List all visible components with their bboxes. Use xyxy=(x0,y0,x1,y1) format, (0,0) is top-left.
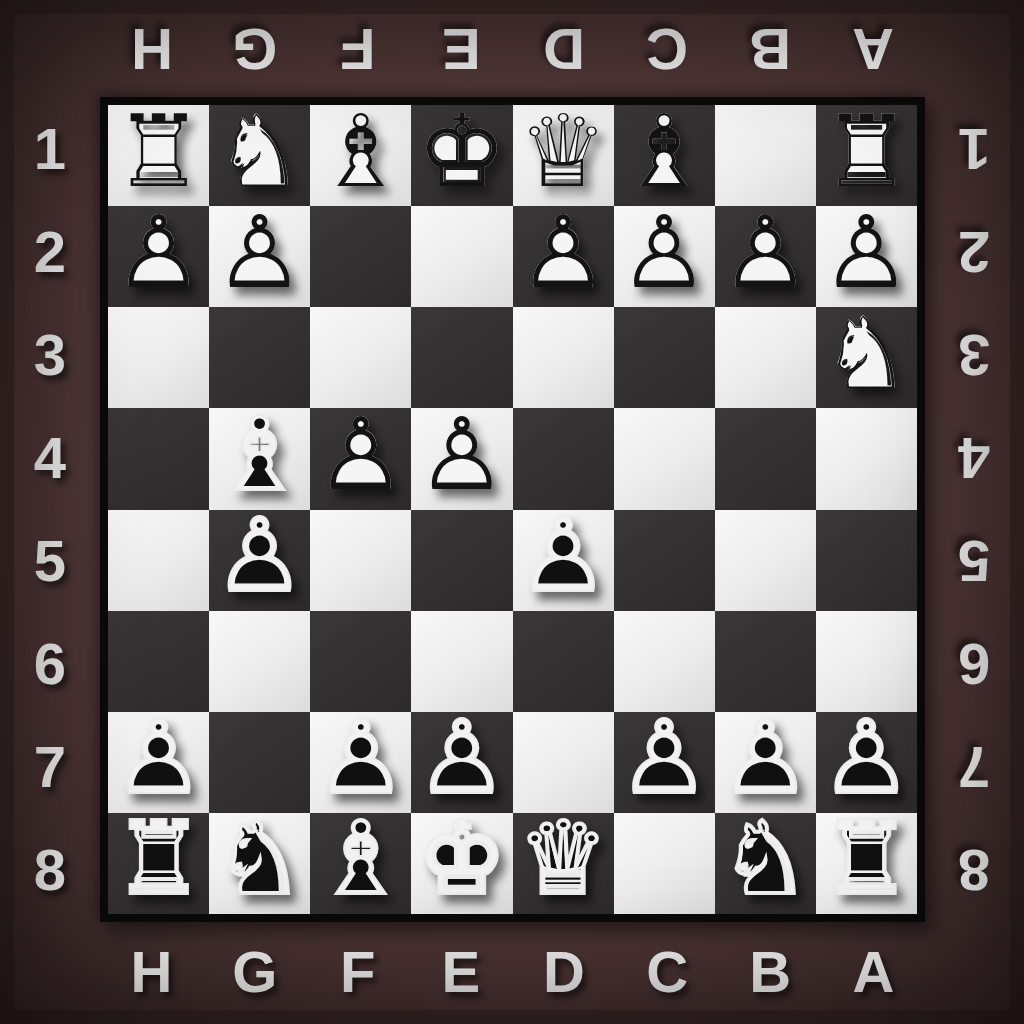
square-f3[interactable] xyxy=(310,307,411,408)
white-bishop-icon[interactable]: ♝♗ xyxy=(310,105,411,206)
chess-board[interactable]: ♜♖♞♘♝♗♚♔♛♕♝♗♜♖♟♙♟♙♟♙♟♙♟♙♟♙♞♘♝♗♟♙♟♙♟♙♟♙♟♙… xyxy=(100,97,925,922)
square-b1[interactable] xyxy=(715,105,816,206)
square-d7[interactable] xyxy=(513,712,614,813)
file-label-e: E xyxy=(442,943,481,1001)
white-queen-icon[interactable]: ♛♕ xyxy=(513,105,614,206)
file-label-g: G xyxy=(232,943,277,1001)
white-pawn-icon[interactable]: ♟♙ xyxy=(715,206,816,307)
rank-label-7: 7 xyxy=(958,738,990,796)
black-queen-icon[interactable]: ♛♕ xyxy=(513,813,614,914)
square-e4[interactable]: ♟♙ xyxy=(411,408,512,509)
square-d2[interactable]: ♟♙ xyxy=(513,206,614,307)
piece-outline-layer: ♖ xyxy=(114,102,204,202)
piece-outline-layer: ♗ xyxy=(619,102,709,202)
piece-outline-layer: ♙ xyxy=(215,203,305,303)
square-g1[interactable]: ♞♘ xyxy=(209,105,310,206)
black-pawn-icon[interactable]: ♟♙ xyxy=(614,712,715,813)
rank-label-4: 4 xyxy=(34,429,66,487)
piece-outline-layer: ♙ xyxy=(215,506,305,606)
white-king-icon[interactable]: ♚♔ xyxy=(411,105,512,206)
rank-label-3: 3 xyxy=(34,326,66,384)
piece-outline-layer: ♗ xyxy=(316,102,406,202)
piece-outline-layer: ♗ xyxy=(316,809,406,909)
square-a8[interactable]: ♜♖ xyxy=(816,813,917,914)
white-rook-icon[interactable]: ♜♖ xyxy=(816,105,917,206)
piece-outline-layer: ♙ xyxy=(114,203,204,303)
file-labels-bottom: HGFEDCBA xyxy=(100,922,925,1022)
black-pawn-icon[interactable]: ♟♙ xyxy=(715,712,816,813)
square-f2[interactable] xyxy=(310,206,411,307)
piece-outline-layer: ♙ xyxy=(720,708,810,808)
black-pawn-icon[interactable]: ♟♙ xyxy=(209,510,310,611)
square-g8[interactable]: ♞♘ xyxy=(209,813,310,914)
square-b6[interactable] xyxy=(715,611,816,712)
rank-label-5: 5 xyxy=(34,532,66,590)
black-king-icon[interactable]: ♚♔ xyxy=(411,813,512,914)
piece-outline-layer: ♖ xyxy=(822,102,912,202)
black-pawn-icon[interactable]: ♟♙ xyxy=(513,510,614,611)
rank-label-4: 4 xyxy=(958,429,990,487)
square-h3[interactable] xyxy=(108,307,209,408)
square-h1[interactable]: ♜♖ xyxy=(108,105,209,206)
black-knight-icon[interactable]: ♞♘ xyxy=(715,813,816,914)
square-c2[interactable]: ♟♙ xyxy=(614,206,715,307)
square-b4[interactable] xyxy=(715,408,816,509)
square-b2[interactable]: ♟♙ xyxy=(715,206,816,307)
square-f5[interactable] xyxy=(310,510,411,611)
square-f1[interactable]: ♝♗ xyxy=(310,105,411,206)
black-rook-icon[interactable]: ♜♖ xyxy=(108,813,209,914)
piece-outline-layer: ♕ xyxy=(518,809,608,909)
rank-label-1: 1 xyxy=(34,120,66,178)
white-rook-icon[interactable]: ♜♖ xyxy=(108,105,209,206)
square-d8[interactable]: ♛♕ xyxy=(513,813,614,914)
square-f8[interactable]: ♝♗ xyxy=(310,813,411,914)
square-d4[interactable] xyxy=(513,408,614,509)
square-c6[interactable] xyxy=(614,611,715,712)
square-f7[interactable]: ♟♙ xyxy=(310,712,411,813)
square-a7[interactable]: ♟♙ xyxy=(816,712,917,813)
piece-outline-layer: ♙ xyxy=(518,506,608,606)
square-e8[interactable]: ♚♔ xyxy=(411,813,512,914)
file-label-a: A xyxy=(852,943,894,1001)
rank-label-3: 3 xyxy=(958,326,990,384)
square-c3[interactable] xyxy=(614,307,715,408)
square-c4[interactable] xyxy=(614,408,715,509)
square-d5[interactable]: ♟♙ xyxy=(513,510,614,611)
square-e2[interactable] xyxy=(411,206,512,307)
white-pawn-icon[interactable]: ♟♙ xyxy=(816,206,917,307)
square-f4[interactable]: ♟♙ xyxy=(310,408,411,509)
rank-label-8: 8 xyxy=(958,841,990,899)
white-knight-icon[interactable]: ♞♘ xyxy=(816,307,917,408)
square-c8[interactable] xyxy=(614,813,715,914)
white-pawn-icon[interactable]: ♟♙ xyxy=(310,408,411,509)
square-e5[interactable] xyxy=(411,510,512,611)
white-pawn-icon[interactable]: ♟♙ xyxy=(209,206,310,307)
file-label-h: H xyxy=(131,20,173,78)
square-b7[interactable]: ♟♙ xyxy=(715,712,816,813)
white-pawn-icon[interactable]: ♟♙ xyxy=(614,206,715,307)
square-a1[interactable]: ♜♖ xyxy=(816,105,917,206)
square-a5[interactable] xyxy=(816,510,917,611)
piece-outline-layer: ♗ xyxy=(215,405,305,505)
piece-outline-layer: ♕ xyxy=(518,102,608,202)
square-d3[interactable] xyxy=(513,307,614,408)
piece-outline-layer: ♙ xyxy=(619,708,709,808)
file-label-h: H xyxy=(131,943,173,1001)
rank-label-6: 6 xyxy=(958,635,990,693)
piece-outline-layer: ♙ xyxy=(316,708,406,808)
rank-label-8: 8 xyxy=(34,841,66,899)
square-g2[interactable]: ♟♙ xyxy=(209,206,310,307)
board-frame: HGFEDCBA HGFEDCBA 12345678 12345678 ♜♖♞♘… xyxy=(0,0,1024,1024)
square-g6[interactable] xyxy=(209,611,310,712)
square-e3[interactable] xyxy=(411,307,512,408)
square-a3[interactable]: ♞♘ xyxy=(816,307,917,408)
file-label-c: C xyxy=(646,943,688,1001)
square-h4[interactable] xyxy=(108,408,209,509)
square-h6[interactable] xyxy=(108,611,209,712)
piece-outline-layer: ♘ xyxy=(215,809,305,909)
square-a4[interactable] xyxy=(816,408,917,509)
square-e1[interactable]: ♚♔ xyxy=(411,105,512,206)
white-pawn-icon[interactable]: ♟♙ xyxy=(513,206,614,307)
file-label-b: B xyxy=(749,943,791,1001)
piece-outline-layer: ♘ xyxy=(822,304,912,404)
square-c5[interactable] xyxy=(614,510,715,611)
square-g4[interactable]: ♝♗ xyxy=(209,408,310,509)
piece-outline-layer: ♙ xyxy=(114,708,204,808)
rank-label-6: 6 xyxy=(34,635,66,693)
square-d1[interactable]: ♛♕ xyxy=(513,105,614,206)
square-g7[interactable] xyxy=(209,712,310,813)
black-pawn-icon[interactable]: ♟♙ xyxy=(816,712,917,813)
piece-outline-layer: ♙ xyxy=(822,203,912,303)
square-h5[interactable] xyxy=(108,510,209,611)
piece-outline-layer: ♔ xyxy=(417,102,507,202)
square-f6[interactable] xyxy=(310,611,411,712)
piece-outline-layer: ♙ xyxy=(619,203,709,303)
rank-label-5: 5 xyxy=(958,532,990,590)
black-pawn-icon[interactable]: ♟♙ xyxy=(411,712,512,813)
rank-labels-left: 12345678 xyxy=(0,97,100,922)
square-h2[interactable]: ♟♙ xyxy=(108,206,209,307)
black-bishop-icon[interactable]: ♝♗ xyxy=(310,813,411,914)
file-label-d: D xyxy=(543,943,585,1001)
rank-label-7: 7 xyxy=(34,738,66,796)
piece-outline-layer: ♙ xyxy=(417,405,507,505)
white-knight-icon[interactable]: ♞♘ xyxy=(209,105,310,206)
rank-labels-right: 12345678 xyxy=(925,97,1024,922)
white-pawn-icon[interactable]: ♟♙ xyxy=(108,206,209,307)
square-b5[interactable] xyxy=(715,510,816,611)
file-label-f: F xyxy=(340,20,375,78)
piece-outline-layer: ♙ xyxy=(518,203,608,303)
black-pawn-icon[interactable]: ♟♙ xyxy=(108,712,209,813)
square-b3[interactable] xyxy=(715,307,816,408)
piece-outline-layer: ♙ xyxy=(417,708,507,808)
piece-outline-layer: ♘ xyxy=(215,102,305,202)
black-rook-icon[interactable]: ♜♖ xyxy=(816,813,917,914)
file-label-f: F xyxy=(340,943,375,1001)
square-g3[interactable] xyxy=(209,307,310,408)
square-h7[interactable]: ♟♙ xyxy=(108,712,209,813)
rank-label-2: 2 xyxy=(958,223,990,281)
square-h8[interactable]: ♜♖ xyxy=(108,813,209,914)
piece-outline-layer: ♘ xyxy=(720,809,810,909)
white-bishop-icon[interactable]: ♝♗ xyxy=(614,105,715,206)
black-bishop-icon[interactable]: ♝♗ xyxy=(209,408,310,509)
file-label-a: A xyxy=(852,20,894,78)
file-label-e: E xyxy=(442,20,481,78)
file-label-c: C xyxy=(646,20,688,78)
piece-outline-layer: ♙ xyxy=(822,708,912,808)
black-knight-icon[interactable]: ♞♘ xyxy=(209,813,310,914)
piece-outline-layer: ♖ xyxy=(822,809,912,909)
square-a6[interactable] xyxy=(816,611,917,712)
square-g5[interactable]: ♟♙ xyxy=(209,510,310,611)
square-a2[interactable]: ♟♙ xyxy=(816,206,917,307)
piece-outline-layer: ♙ xyxy=(316,405,406,505)
square-e6[interactable] xyxy=(411,611,512,712)
file-labels-top: HGFEDCBA xyxy=(100,0,925,97)
rank-label-2: 2 xyxy=(34,223,66,281)
black-pawn-icon[interactable]: ♟♙ xyxy=(310,712,411,813)
file-label-g: G xyxy=(232,20,277,78)
rank-label-1: 1 xyxy=(958,120,990,178)
white-pawn-icon[interactable]: ♟♙ xyxy=(411,408,512,509)
file-label-b: B xyxy=(749,20,791,78)
square-c7[interactable]: ♟♙ xyxy=(614,712,715,813)
square-e7[interactable]: ♟♙ xyxy=(411,712,512,813)
piece-outline-layer: ♙ xyxy=(720,203,810,303)
square-c1[interactable]: ♝♗ xyxy=(614,105,715,206)
file-label-d: D xyxy=(543,20,585,78)
piece-outline-layer: ♔ xyxy=(417,809,507,909)
square-d6[interactable] xyxy=(513,611,614,712)
square-b8[interactable]: ♞♘ xyxy=(715,813,816,914)
piece-outline-layer: ♖ xyxy=(114,809,204,909)
